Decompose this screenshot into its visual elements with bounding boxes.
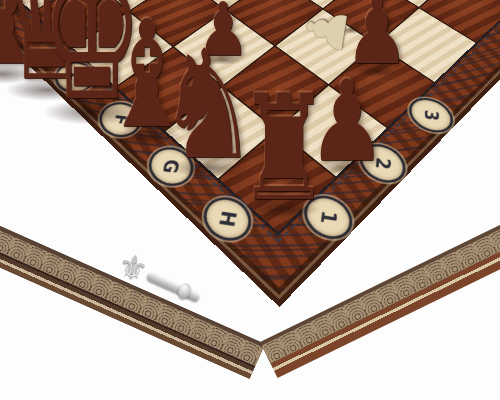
file-label-text: E: [64, 71, 85, 82]
file-label-text: H: [215, 209, 239, 228]
rank-label-text: 2: [372, 156, 392, 170]
rank-label-text: 3: [421, 109, 440, 122]
file-label-text: F: [110, 113, 132, 126]
clasp-ornament-icon: ⚜: [114, 244, 152, 289]
rank-label-text: 1: [317, 209, 339, 225]
photo-of-wooden-chess-set: { "game": "chess", "scene": "Angled prod…: [0, 0, 500, 400]
file-label-text: G: [159, 158, 182, 174]
